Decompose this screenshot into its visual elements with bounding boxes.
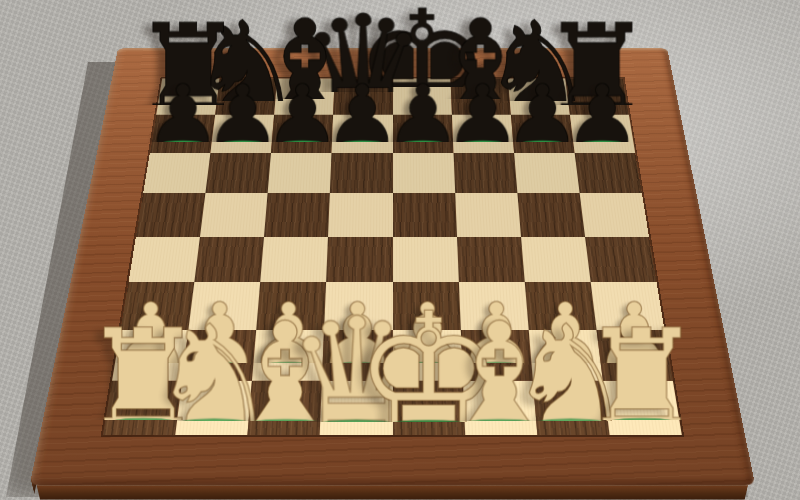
- square-a6[interactable]: [143, 153, 210, 193]
- square-g5[interactable]: [517, 194, 585, 237]
- square-d7[interactable]: ♟: [332, 115, 393, 153]
- black-pawn-h7[interactable]: ♟: [564, 74, 641, 159]
- square-e6[interactable]: [393, 153, 455, 193]
- square-b6[interactable]: [205, 153, 271, 193]
- square-e4[interactable]: [392, 237, 458, 282]
- square-e5[interactable]: [393, 194, 457, 237]
- square-a4[interactable]: [128, 237, 200, 282]
- square-c6[interactable]: [268, 153, 332, 193]
- board-frame: ♜♞♝♛♚♝♞♜♟♟♟♟♟♟♟♟♟♟♟♟♟♟♟♟♜♞♝♛♚♝♞♜: [30, 48, 755, 485]
- square-g6[interactable]: [514, 153, 580, 193]
- square-h4[interactable]: [585, 237, 657, 282]
- square-c4[interactable]: [260, 237, 328, 282]
- square-c5[interactable]: [264, 194, 330, 237]
- square-h1[interactable]: ♜: [603, 381, 682, 435]
- chessboard: ♜♞♝♛♚♝♞♜♟♟♟♟♟♟♟♟♟♟♟♟♟♟♟♟♜♞♝♛♚♝♞♜: [103, 78, 682, 435]
- square-b4[interactable]: [194, 237, 264, 282]
- square-h6[interactable]: [575, 153, 642, 193]
- square-f6[interactable]: [453, 153, 517, 193]
- table-fabric: ♜♞♝♛♚♝♞♜♟♟♟♟♟♟♟♟♟♟♟♟♟♟♟♟♜♞♝♛♚♝♞♜: [0, 0, 800, 500]
- square-h5[interactable]: [580, 194, 649, 237]
- square-h7[interactable]: ♟: [570, 115, 635, 153]
- board-left-edge: [31, 51, 120, 494]
- square-b5[interactable]: [200, 194, 268, 237]
- square-a5[interactable]: [136, 194, 205, 237]
- scene: ♜♞♝♛♚♝♞♜♟♟♟♟♟♟♟♟♟♟♟♟♟♟♟♟♜♞♝♛♚♝♞♜: [0, 0, 800, 500]
- square-f4[interactable]: [457, 237, 525, 282]
- board-front-edge: [37, 485, 748, 499]
- square-f5[interactable]: [455, 194, 521, 237]
- square-g4[interactable]: [521, 237, 591, 282]
- square-d5[interactable]: [328, 194, 392, 237]
- square-d4[interactable]: [326, 237, 392, 282]
- square-d6[interactable]: [330, 153, 392, 193]
